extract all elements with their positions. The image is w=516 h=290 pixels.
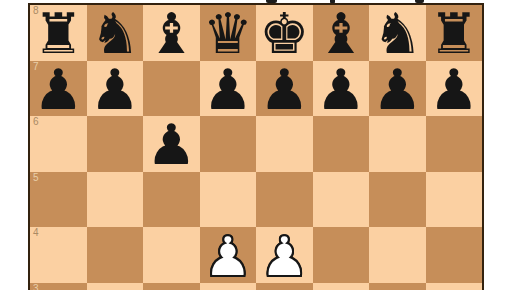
rank-label-4: 4	[33, 228, 39, 238]
square-a3[interactable]: 3	[30, 283, 87, 290]
square-b3[interactable]	[87, 283, 144, 290]
rank-label-7: 7	[33, 62, 39, 72]
black-king-e8: ♚	[259, 6, 309, 60]
square-e4[interactable]: ♟	[256, 227, 313, 283]
square-d8[interactable]: ♛	[200, 5, 257, 61]
square-c3[interactable]	[143, 283, 200, 290]
square-d7[interactable]: ♟	[200, 61, 257, 117]
white-pawn-d4: ♟	[203, 229, 253, 283]
square-d6[interactable]	[200, 116, 257, 172]
black-bishop-c8: ♝	[146, 6, 196, 60]
square-h7[interactable]: ♟	[426, 61, 483, 117]
square-a7[interactable]: 7♟	[30, 61, 87, 117]
white-pawn-e4: ♟	[259, 229, 309, 283]
square-g8[interactable]: ♞	[369, 5, 426, 61]
square-c5[interactable]	[143, 172, 200, 228]
square-g4[interactable]	[369, 227, 426, 283]
square-h3[interactable]	[426, 283, 483, 290]
black-pawn-f7: ♟	[316, 62, 366, 116]
square-b8[interactable]: ♞	[87, 5, 144, 61]
square-e5[interactable]	[256, 172, 313, 228]
rank-label-3: 3	[33, 284, 39, 290]
square-h4[interactable]	[426, 227, 483, 283]
square-a6[interactable]: 6	[30, 116, 87, 172]
black-knight-g8: ♞	[372, 6, 422, 60]
square-h5[interactable]	[426, 172, 483, 228]
square-e6[interactable]	[256, 116, 313, 172]
rank-label-8: 8	[33, 6, 39, 16]
square-a5[interactable]: 5	[30, 172, 87, 228]
square-b6[interactable]	[87, 116, 144, 172]
square-g5[interactable]	[369, 172, 426, 228]
black-queen-d8: ♛	[203, 6, 253, 60]
square-c4[interactable]	[143, 227, 200, 283]
square-h6[interactable]	[426, 116, 483, 172]
square-d5[interactable]	[200, 172, 257, 228]
chess-board: 8♜♞♝♛♚♝♞♜7♟♟♟♟♟♟♟6♟54♟♟32♟♟♟♟♟♟1♜♞♝♛♚♝♞♜	[28, 3, 484, 290]
square-f3[interactable]	[313, 283, 370, 290]
black-pawn-h7: ♟	[429, 62, 479, 116]
square-b7[interactable]: ♟	[87, 61, 144, 117]
square-e8[interactable]: ♚	[256, 5, 313, 61]
rank-label-6: 6	[33, 117, 39, 127]
square-b4[interactable]	[87, 227, 144, 283]
square-e3[interactable]	[256, 283, 313, 290]
rank-label-5: 5	[33, 173, 39, 183]
black-pawn-c6: ♟	[146, 117, 196, 171]
square-b5[interactable]	[87, 172, 144, 228]
black-pawn-b7: ♟	[90, 62, 140, 116]
square-f4[interactable]	[313, 227, 370, 283]
black-pawn-g7: ♟	[372, 62, 422, 116]
black-pawn-d7: ♟	[203, 62, 253, 116]
square-f7[interactable]: ♟	[313, 61, 370, 117]
square-c8[interactable]: ♝	[143, 5, 200, 61]
square-e7[interactable]: ♟	[256, 61, 313, 117]
square-d4[interactable]: ♟	[200, 227, 257, 283]
black-rook-a8: ♜	[33, 6, 83, 60]
black-pawn-e7: ♟	[259, 62, 309, 116]
square-g3[interactable]	[369, 283, 426, 290]
black-knight-b8: ♞	[90, 6, 140, 60]
square-f5[interactable]	[313, 172, 370, 228]
square-h8[interactable]: ♜	[426, 5, 483, 61]
square-f6[interactable]	[313, 116, 370, 172]
square-g6[interactable]	[369, 116, 426, 172]
black-pawn-a7: ♟	[33, 62, 83, 116]
square-c6[interactable]: ♟	[143, 116, 200, 172]
black-bishop-f8: ♝	[316, 6, 366, 60]
square-f8[interactable]: ♝	[313, 5, 370, 61]
square-d3[interactable]	[200, 283, 257, 290]
square-a8[interactable]: 8♜	[30, 5, 87, 61]
square-c7[interactable]	[143, 61, 200, 117]
square-a4[interactable]: 4	[30, 227, 87, 283]
black-rook-h8: ♜	[429, 6, 479, 60]
square-g7[interactable]: ♟	[369, 61, 426, 117]
